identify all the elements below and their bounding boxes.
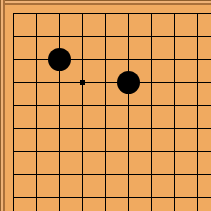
grid-cell: [13, 59, 36, 82]
grid-cell: [174, 59, 197, 82]
grid-lines: [13, 13, 211, 211]
grid-cell: [13, 13, 36, 36]
grid-cell: [151, 128, 174, 151]
grid-cell: [105, 174, 128, 197]
grid-cell: [82, 13, 105, 36]
grid-cell: [13, 105, 36, 128]
grid-cell: [82, 82, 105, 105]
grid-cell: [13, 36, 36, 59]
grid-cell: [36, 174, 59, 197]
grid-cell: [105, 151, 128, 174]
grid-cell: [197, 174, 211, 197]
grid-cell: [105, 36, 128, 59]
grid-cell: [59, 197, 82, 211]
grid-cell: [105, 197, 128, 211]
grid-cell: [82, 105, 105, 128]
grid-cell: [128, 128, 151, 151]
grid-cell: [59, 128, 82, 151]
grid-cell: [174, 174, 197, 197]
grid-cell: [151, 36, 174, 59]
grid-cell: [82, 59, 105, 82]
grid-cell: [174, 151, 197, 174]
grid-cell: [151, 59, 174, 82]
grid-cell: [128, 36, 151, 59]
grid-cell: [36, 151, 59, 174]
grid-cell: [13, 128, 36, 151]
grid-cell: [36, 13, 59, 36]
grid-cell: [59, 105, 82, 128]
grid-cell: [151, 151, 174, 174]
grid-cell: [36, 128, 59, 151]
grid-cell: [174, 105, 197, 128]
grid-cell: [197, 13, 211, 36]
grid-cell: [82, 174, 105, 197]
board-edge-top-shadow: [0, 3, 211, 5]
grid-cell: [174, 13, 197, 36]
grid-cell: [128, 197, 151, 211]
grid-cell: [105, 128, 128, 151]
grid-cell: [128, 151, 151, 174]
grid-cell: [36, 82, 59, 105]
grid-cell: [82, 151, 105, 174]
grid-cell: [59, 174, 82, 197]
grid-cell: [197, 36, 211, 59]
grid-cell: [13, 197, 36, 211]
grid-cell: [82, 36, 105, 59]
grid-cell: [59, 13, 82, 36]
grid-cell: [82, 128, 105, 151]
grid-cell: [59, 151, 82, 174]
grid-cell: [197, 82, 211, 105]
grid-cell: [151, 174, 174, 197]
grid-cell: [151, 197, 174, 211]
hoshi-marker: [80, 80, 85, 85]
board-edge-left-shadow: [3, 0, 5, 211]
grid-cell: [13, 151, 36, 174]
grid-cell: [151, 105, 174, 128]
grid-cell: [174, 128, 197, 151]
grid-cell: [197, 105, 211, 128]
grid-cell: [105, 105, 128, 128]
grid-cell: [36, 197, 59, 211]
grid-cell: [174, 82, 197, 105]
grid-cell: [13, 82, 36, 105]
grid-cell: [174, 197, 197, 211]
grid-cell: [197, 59, 211, 82]
grid-cell: [128, 13, 151, 36]
grid-cell: [151, 82, 174, 105]
grid-cell: [59, 82, 82, 105]
grid-cell: [197, 197, 211, 211]
grid-cell: [197, 128, 211, 151]
grid-cell: [174, 36, 197, 59]
grid-cell: [36, 105, 59, 128]
grid-cell: [197, 151, 211, 174]
grid-cell: [128, 105, 151, 128]
grid-cell: [105, 13, 128, 36]
grid-cell: [151, 13, 174, 36]
grid-cell: [128, 174, 151, 197]
grid-cell: [13, 174, 36, 197]
go-board: [0, 0, 211, 211]
grid-cell: [82, 197, 105, 211]
